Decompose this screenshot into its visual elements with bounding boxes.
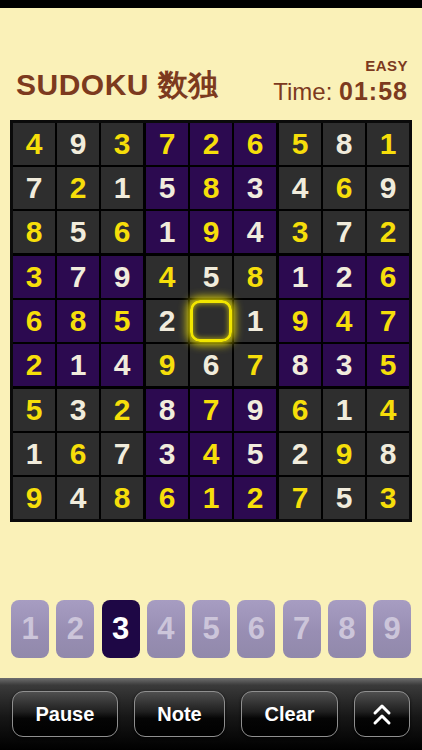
cell-r1c1[interactable]: 4 xyxy=(13,123,55,165)
cell-r3c3[interactable]: 6 xyxy=(101,211,143,253)
header: SUDOKU 数独 EASY Time: 01:58 xyxy=(0,8,422,120)
cell-r2c2[interactable]: 2 xyxy=(57,167,99,209)
cell-r2c7[interactable]: 4 xyxy=(279,167,321,209)
cell-r1c4[interactable]: 7 xyxy=(146,123,188,165)
cell-r1c6[interactable]: 6 xyxy=(234,123,276,165)
cell-r1c5[interactable]: 2 xyxy=(190,123,232,165)
cell-r4c7[interactable]: 1 xyxy=(279,256,321,298)
cell-r2c5[interactable]: 8 xyxy=(190,167,232,209)
cell-r8c6[interactable]: 5 xyxy=(234,433,276,475)
cell-r6c5[interactable]: 6 xyxy=(190,344,232,386)
cell-r6c3[interactable]: 4 xyxy=(101,344,143,386)
cell-r8c9[interactable]: 8 xyxy=(367,433,409,475)
block-1-0: 379685214 xyxy=(13,256,143,386)
header-right: EASY Time: 01:58 xyxy=(273,57,408,106)
cell-r6c2[interactable]: 1 xyxy=(57,344,99,386)
cell-r5c3[interactable]: 5 xyxy=(101,300,143,342)
number-key-4[interactable]: 4 xyxy=(147,600,185,658)
cell-r2c9[interactable]: 9 xyxy=(367,167,409,209)
cell-r8c2[interactable]: 6 xyxy=(57,433,99,475)
cell-r5c5[interactable] xyxy=(190,300,232,342)
cell-r9c8[interactable]: 5 xyxy=(323,477,365,519)
cell-r7c3[interactable]: 2 xyxy=(101,389,143,431)
time-label: Time: xyxy=(273,78,332,105)
cell-r7c2[interactable]: 3 xyxy=(57,389,99,431)
number-picker: 123456789 xyxy=(11,600,411,658)
cell-r3c8[interactable]: 7 xyxy=(323,211,365,253)
cell-r4c1[interactable]: 3 xyxy=(13,256,55,298)
difficulty-badge: EASY xyxy=(273,57,408,74)
cell-r1c9[interactable]: 1 xyxy=(367,123,409,165)
cell-r3c5[interactable]: 9 xyxy=(190,211,232,253)
number-key-2[interactable]: 2 xyxy=(56,600,94,658)
cell-r5c4[interactable]: 2 xyxy=(146,300,188,342)
cell-r3c9[interactable]: 2 xyxy=(367,211,409,253)
toolbar: Pause Note Clear xyxy=(0,678,422,750)
cell-r6c1[interactable]: 2 xyxy=(13,344,55,386)
cell-r3c2[interactable]: 5 xyxy=(57,211,99,253)
cell-r9c9[interactable]: 3 xyxy=(367,477,409,519)
number-key-5[interactable]: 5 xyxy=(192,600,230,658)
block-0-1: 726583194 xyxy=(146,123,276,253)
cell-r8c8[interactable]: 9 xyxy=(323,433,365,475)
cell-r3c7[interactable]: 3 xyxy=(279,211,321,253)
status-bar xyxy=(0,0,422,8)
cell-r8c4[interactable]: 3 xyxy=(146,433,188,475)
cell-r4c6[interactable]: 8 xyxy=(234,256,276,298)
cell-r5c7[interactable]: 9 xyxy=(279,300,321,342)
block-2-2: 614298753 xyxy=(279,389,409,519)
cell-r9c5[interactable]: 1 xyxy=(190,477,232,519)
pause-button[interactable]: Pause xyxy=(12,691,118,737)
cell-r1c7[interactable]: 5 xyxy=(279,123,321,165)
block-0-0: 493721856 xyxy=(13,123,143,253)
cell-r9c6[interactable]: 2 xyxy=(234,477,276,519)
note-button[interactable]: Note xyxy=(134,691,225,737)
cell-r3c1[interactable]: 8 xyxy=(13,211,55,253)
cell-r5c9[interactable]: 7 xyxy=(367,300,409,342)
block-0-2: 581469372 xyxy=(279,123,409,253)
cell-r6c8[interactable]: 3 xyxy=(323,344,365,386)
cell-r6c7[interactable]: 8 xyxy=(279,344,321,386)
cell-r2c3[interactable]: 1 xyxy=(101,167,143,209)
number-key-6[interactable]: 6 xyxy=(237,600,275,658)
block-1-2: 126947835 xyxy=(279,256,409,386)
time-value: 01:58 xyxy=(339,77,408,105)
block-2-1: 879345612 xyxy=(146,389,276,519)
cell-r7c7[interactable]: 6 xyxy=(279,389,321,431)
cell-r8c5[interactable]: 4 xyxy=(190,433,232,475)
cell-r9c1[interactable]: 9 xyxy=(13,477,55,519)
number-key-1[interactable]: 1 xyxy=(11,600,49,658)
cell-r1c3[interactable]: 3 xyxy=(101,123,143,165)
cell-r4c4[interactable]: 4 xyxy=(146,256,188,298)
cell-r7c1[interactable]: 5 xyxy=(13,389,55,431)
cell-r9c7[interactable]: 7 xyxy=(279,477,321,519)
number-key-7[interactable]: 7 xyxy=(283,600,321,658)
cell-r9c4[interactable]: 6 xyxy=(146,477,188,519)
number-key-9[interactable]: 9 xyxy=(373,600,411,658)
clear-button[interactable]: Clear xyxy=(241,691,338,737)
cell-r1c2[interactable]: 9 xyxy=(57,123,99,165)
cell-r8c1[interactable]: 1 xyxy=(13,433,55,475)
cell-r7c9[interactable]: 4 xyxy=(367,389,409,431)
cell-r6c6[interactable]: 7 xyxy=(234,344,276,386)
cell-r5c2[interactable]: 8 xyxy=(57,300,99,342)
cell-r7c6[interactable]: 9 xyxy=(234,389,276,431)
cell-r5c1[interactable]: 6 xyxy=(13,300,55,342)
cell-r4c9[interactable]: 6 xyxy=(367,256,409,298)
collapse-button[interactable] xyxy=(354,691,410,737)
sudoku-board: 4937218567265831945814693723796852144582… xyxy=(10,120,412,522)
cell-r9c3[interactable]: 8 xyxy=(101,477,143,519)
cell-r8c3[interactable]: 7 xyxy=(101,433,143,475)
cell-r2c4[interactable]: 5 xyxy=(146,167,188,209)
cell-r4c8[interactable]: 2 xyxy=(323,256,365,298)
cell-r3c6[interactable]: 4 xyxy=(234,211,276,253)
cell-r3c4[interactable]: 1 xyxy=(146,211,188,253)
cell-r9c2[interactable]: 4 xyxy=(57,477,99,519)
chevron-double-up-icon xyxy=(370,701,394,728)
cell-r7c8[interactable]: 1 xyxy=(323,389,365,431)
cell-r1c8[interactable]: 8 xyxy=(323,123,365,165)
cell-r6c9[interactable]: 5 xyxy=(367,344,409,386)
cell-r2c6[interactable]: 3 xyxy=(234,167,276,209)
selected-cell-outline xyxy=(190,300,232,342)
cell-r4c3[interactable]: 9 xyxy=(101,256,143,298)
cell-r8c7[interactable]: 2 xyxy=(279,433,321,475)
cell-r4c2[interactable]: 7 xyxy=(57,256,99,298)
number-key-8[interactable]: 8 xyxy=(328,600,366,658)
cell-r6c4[interactable]: 9 xyxy=(146,344,188,386)
app-title: SUDOKU 数独 xyxy=(16,65,219,106)
timer: Time: 01:58 xyxy=(273,77,408,106)
cell-r4c5[interactable]: 5 xyxy=(190,256,232,298)
cell-r7c4[interactable]: 8 xyxy=(146,389,188,431)
cell-r2c8[interactable]: 6 xyxy=(323,167,365,209)
cell-r2c1[interactable]: 7 xyxy=(13,167,55,209)
block-2-0: 532167948 xyxy=(13,389,143,519)
cell-r7c5[interactable]: 7 xyxy=(190,389,232,431)
cell-r5c6[interactable]: 1 xyxy=(234,300,276,342)
cell-r5c8[interactable]: 4 xyxy=(323,300,365,342)
block-1-1: 45821967 xyxy=(146,256,276,386)
number-key-3[interactable]: 3 xyxy=(102,600,140,658)
